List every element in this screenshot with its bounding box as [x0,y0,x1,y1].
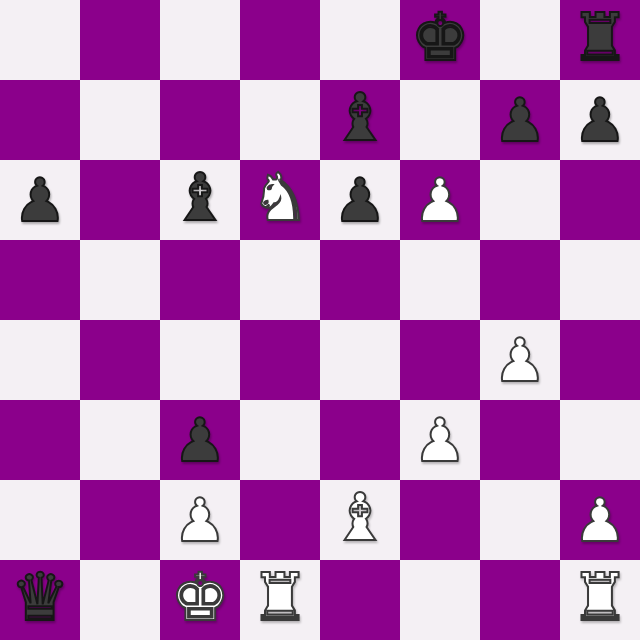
square-f3[interactable]: ♟ [400,400,480,480]
square-e5[interactable] [320,240,400,320]
white-pawn[interactable]: ♟ [573,490,627,550]
square-c8[interactable] [160,0,240,80]
square-e2[interactable]: ♝ [320,480,400,560]
square-a4[interactable] [0,320,80,400]
square-d2[interactable] [240,480,320,560]
square-f6[interactable]: ♟ [400,160,480,240]
square-d3[interactable] [240,400,320,480]
square-g1[interactable] [480,560,560,640]
white-rook[interactable]: ♜ [570,565,629,631]
square-e3[interactable] [320,400,400,480]
square-a8[interactable] [0,0,80,80]
black-pawn[interactable]: ♟ [13,170,67,230]
square-a3[interactable] [0,400,80,480]
square-g7[interactable]: ♟ [480,80,560,160]
black-bishop[interactable]: ♝ [330,85,389,151]
square-g8[interactable] [480,0,560,80]
square-c3[interactable]: ♟ [160,400,240,480]
square-a7[interactable] [0,80,80,160]
square-e6[interactable]: ♟ [320,160,400,240]
black-pawn[interactable]: ♟ [333,170,387,230]
square-g3[interactable] [480,400,560,480]
square-c2[interactable]: ♟ [160,480,240,560]
square-b3[interactable] [80,400,160,480]
square-h5[interactable] [560,240,640,320]
square-c6[interactable]: ♝ [160,160,240,240]
square-c7[interactable] [160,80,240,160]
square-h8[interactable]: ♜ [560,0,640,80]
square-c4[interactable] [160,320,240,400]
square-a1[interactable]: ♛ [0,560,80,640]
square-f5[interactable] [400,240,480,320]
square-a2[interactable] [0,480,80,560]
square-f8[interactable]: ♚ [400,0,480,80]
square-h1[interactable]: ♜ [560,560,640,640]
square-f7[interactable] [400,80,480,160]
square-b8[interactable] [80,0,160,80]
white-bishop[interactable]: ♝ [330,485,389,551]
square-d1[interactable]: ♜ [240,560,320,640]
square-g5[interactable] [480,240,560,320]
square-b5[interactable] [80,240,160,320]
black-pawn[interactable]: ♟ [173,410,227,470]
square-b6[interactable] [80,160,160,240]
square-a6[interactable]: ♟ [0,160,80,240]
square-e8[interactable] [320,0,400,80]
square-g4[interactable]: ♟ [480,320,560,400]
square-b2[interactable] [80,480,160,560]
square-c1[interactable]: ♚ [160,560,240,640]
square-f1[interactable] [400,560,480,640]
white-rook[interactable]: ♜ [250,565,309,631]
square-c5[interactable] [160,240,240,320]
black-queen[interactable]: ♛ [10,565,69,631]
square-d6[interactable]: ♞ [240,160,320,240]
square-g6[interactable] [480,160,560,240]
square-h2[interactable]: ♟ [560,480,640,560]
square-d7[interactable] [240,80,320,160]
square-f4[interactable] [400,320,480,400]
black-king[interactable]: ♚ [410,5,469,71]
white-knight[interactable]: ♞ [250,165,309,231]
square-h4[interactable] [560,320,640,400]
square-e7[interactable]: ♝ [320,80,400,160]
square-e4[interactable] [320,320,400,400]
white-king[interactable]: ♚ [170,565,229,631]
square-b7[interactable] [80,80,160,160]
black-rook[interactable]: ♜ [570,5,629,71]
white-pawn[interactable]: ♟ [173,490,227,550]
square-h7[interactable]: ♟ [560,80,640,160]
square-e1[interactable] [320,560,400,640]
square-a5[interactable] [0,240,80,320]
black-pawn[interactable]: ♟ [493,90,547,150]
square-d8[interactable] [240,0,320,80]
square-g2[interactable] [480,480,560,560]
square-b1[interactable] [80,560,160,640]
black-bishop[interactable]: ♝ [170,165,229,231]
white-pawn[interactable]: ♟ [413,170,467,230]
square-h3[interactable] [560,400,640,480]
white-pawn[interactable]: ♟ [413,410,467,470]
square-f2[interactable] [400,480,480,560]
white-pawn[interactable]: ♟ [493,330,547,390]
square-d5[interactable] [240,240,320,320]
square-h6[interactable] [560,160,640,240]
chess-board: ♚♜♝♟♟♟♝♞♟♟♟♟♟♟♝♟♛♚♜♜ [0,0,640,640]
square-b4[interactable] [80,320,160,400]
square-d4[interactable] [240,320,320,400]
black-pawn[interactable]: ♟ [573,90,627,150]
